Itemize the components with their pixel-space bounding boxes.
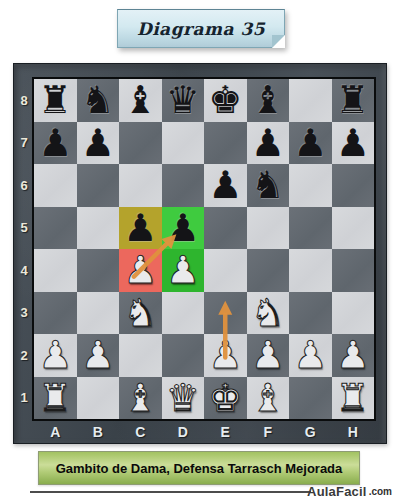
square-c1[interactable]: ♝ [119,377,162,420]
square-c4[interactable]: ♟ [119,249,162,292]
square-d2[interactable] [162,334,205,377]
diagram-title: Diagrama 35 [137,19,265,39]
file-label-d: D [162,420,205,443]
square-e5[interactable] [204,207,247,250]
piece-white-king: ♚ [208,377,242,420]
square-e6[interactable]: ♟ [204,164,247,207]
square-h3[interactable] [332,292,375,335]
piece-black-pawn: ♟ [336,122,370,165]
square-d8[interactable]: ♛ [162,79,205,122]
square-h1[interactable]: ♜ [332,377,375,420]
square-d4[interactable]: ♟ [162,249,205,292]
piece-white-pawn: ♟ [208,334,242,377]
opening-name: Gambito de Dama, Defensa Tarrasch Mejora… [56,461,343,476]
square-b7[interactable]: ♟ [77,122,120,165]
board: ♜♞♝♛♚♝♜♟♟♟♟♟♟♞♟♟♟♟♞♞♟♟♟♟♟♟♜♝♛♚♝♜ [34,79,374,419]
piece-black-knight: ♞ [251,164,285,207]
piece-black-pawn: ♟ [81,122,115,165]
square-a3[interactable] [34,292,77,335]
piece-white-pawn: ♟ [123,249,157,292]
piece-white-pawn: ♟ [166,249,200,292]
square-f4[interactable] [247,249,290,292]
piece-white-pawn: ♟ [251,334,285,377]
rank-label-4: 4 [14,249,34,292]
square-e4[interactable] [204,249,247,292]
square-e1[interactable]: ♚ [204,377,247,420]
piece-white-rook: ♜ [38,377,72,420]
square-a7[interactable]: ♟ [34,122,77,165]
file-label-g: G [289,420,332,443]
board-frame: ♜♞♝♛♚♝♜♟♟♟♟♟♟♞♟♟♟♟♞♞♟♟♟♟♟♟♜♝♛♚♝♜ 8765432… [13,63,387,444]
piece-white-bishop: ♝ [123,377,157,420]
square-c6[interactable] [119,164,162,207]
rank-label-3: 3 [14,292,34,335]
square-g3[interactable] [289,292,332,335]
square-h7[interactable]: ♟ [332,122,375,165]
square-b4[interactable] [77,249,120,292]
square-h8[interactable]: ♜ [332,79,375,122]
square-f7[interactable]: ♟ [247,122,290,165]
rank-label-1: 1 [14,377,34,420]
square-h5[interactable] [332,207,375,250]
square-d5[interactable]: ♟ [162,207,205,250]
square-g1[interactable] [289,377,332,420]
piece-white-pawn: ♟ [81,334,115,377]
piece-black-pawn: ♟ [38,122,72,165]
piece-black-pawn: ♟ [166,207,200,250]
file-label-c: C [119,420,162,443]
square-c8[interactable]: ♝ [119,79,162,122]
rank-label-6: 6 [14,164,34,207]
square-e2[interactable]: ♟ [204,334,247,377]
square-f2[interactable]: ♟ [247,334,290,377]
square-g2[interactable]: ♟ [289,334,332,377]
square-a6[interactable] [34,164,77,207]
square-c5[interactable]: ♟ [119,207,162,250]
square-d7[interactable] [162,122,205,165]
file-label-b: B [77,420,120,443]
square-g7[interactable]: ♟ [289,122,332,165]
square-f8[interactable]: ♝ [247,79,290,122]
square-d6[interactable] [162,164,205,207]
piece-black-pawn: ♟ [293,122,327,165]
square-b6[interactable] [77,164,120,207]
square-b8[interactable]: ♞ [77,79,120,122]
piece-white-pawn: ♟ [293,334,327,377]
file-label-f: F [247,420,290,443]
caption-box: Gambito de Dama, Defensa Tarrasch Mejora… [38,451,360,485]
square-c3[interactable]: ♞ [119,292,162,335]
square-c7[interactable] [119,122,162,165]
piece-black-pawn: ♟ [208,164,242,207]
piece-black-bishop: ♝ [123,79,157,122]
rank-label-5: 5 [14,207,34,250]
piece-black-pawn: ♟ [123,207,157,250]
square-h4[interactable] [332,249,375,292]
square-a4[interactable] [34,249,77,292]
square-e3[interactable] [204,292,247,335]
square-a2[interactable]: ♟ [34,334,77,377]
piece-white-rook: ♜ [336,377,370,420]
square-e8[interactable]: ♚ [204,79,247,122]
diagram-title-plaque: Diagrama 35 [117,9,285,48]
square-f3[interactable]: ♞ [247,292,290,335]
square-b5[interactable] [77,207,120,250]
piece-white-pawn: ♟ [336,334,370,377]
piece-white-knight: ♞ [123,292,157,335]
square-b2[interactable]: ♟ [77,334,120,377]
piece-black-pawn: ♟ [251,122,285,165]
piece-black-king: ♚ [208,79,242,122]
file-label-h: H [332,420,375,443]
piece-white-knight: ♞ [251,292,285,335]
page-fold-decoration [272,35,285,48]
square-g6[interactable] [289,164,332,207]
square-g4[interactable] [289,249,332,292]
brand-suffix: .com [369,486,392,497]
square-c2[interactable] [119,334,162,377]
piece-white-queen: ♛ [166,377,200,420]
square-b1[interactable] [77,377,120,420]
piece-white-pawn: ♟ [38,334,72,377]
square-f1[interactable]: ♝ [247,377,290,420]
square-a8[interactable]: ♜ [34,79,77,122]
square-d3[interactable] [162,292,205,335]
piece-white-bishop: ♝ [251,377,285,420]
piece-black-rook: ♜ [38,79,72,122]
piece-black-rook: ♜ [336,79,370,122]
square-g5[interactable] [289,207,332,250]
square-f5[interactable] [247,207,290,250]
square-f6[interactable]: ♞ [247,164,290,207]
watermark: AulaFacil .com [30,484,392,499]
square-a5[interactable] [34,207,77,250]
brand-name: AulaFacil [307,484,367,499]
square-h6[interactable] [332,164,375,207]
piece-black-bishop: ♝ [251,79,285,122]
rank-label-7: 7 [14,122,34,165]
square-h2[interactable]: ♟ [332,334,375,377]
square-a1[interactable]: ♜ [34,377,77,420]
rank-label-8: 8 [14,79,34,122]
square-e7[interactable] [204,122,247,165]
file-label-a: A [34,420,77,443]
square-g8[interactable] [289,79,332,122]
rank-label-2: 2 [14,334,34,377]
file-label-e: E [204,420,247,443]
piece-black-queen: ♛ [166,79,200,122]
square-b3[interactable] [77,292,120,335]
watermark-rule [30,491,311,493]
square-d1[interactable]: ♛ [162,377,205,420]
piece-black-knight: ♞ [81,79,115,122]
